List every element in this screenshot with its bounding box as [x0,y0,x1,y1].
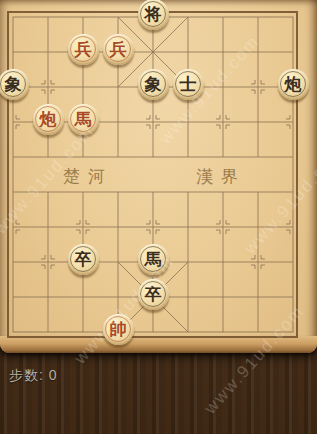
xiangqi-board: 楚河 漢界 将兵兵象象士炮炮馬卒馬卒帥 [0,0,317,353]
piece-black-cannon[interactable]: 炮 [278,69,309,100]
xiangqi-app-screen: 楚河 漢界 将兵兵象象士炮炮馬卒馬卒帥 步数: 0 www.91ud.comww… [0,0,317,434]
piece-black-elephant[interactable]: 象 [0,69,29,100]
piece-red-pawn[interactable]: 兵 [103,34,134,65]
piece-black-horse[interactable]: 馬 [138,244,169,275]
piece-black-advisor[interactable]: 士 [173,69,204,100]
piece-red-horse[interactable]: 馬 [68,104,99,135]
piece-red-pawn[interactable]: 兵 [68,34,99,65]
piece-black-general[interactable]: 将 [138,0,169,30]
piece-black-elephant[interactable]: 象 [138,69,169,100]
piece-black-pawn[interactable]: 卒 [138,279,169,310]
pieces-layer: 将兵兵象象士炮炮馬卒馬卒帥 [0,0,311,350]
piece-red-cannon[interactable]: 炮 [33,104,64,135]
status-bar: 步数: 0 [0,353,317,434]
piece-black-pawn[interactable]: 卒 [68,244,99,275]
piece-red-general[interactable]: 帥 [103,314,134,345]
step-counter: 步数: 0 [9,367,58,385]
